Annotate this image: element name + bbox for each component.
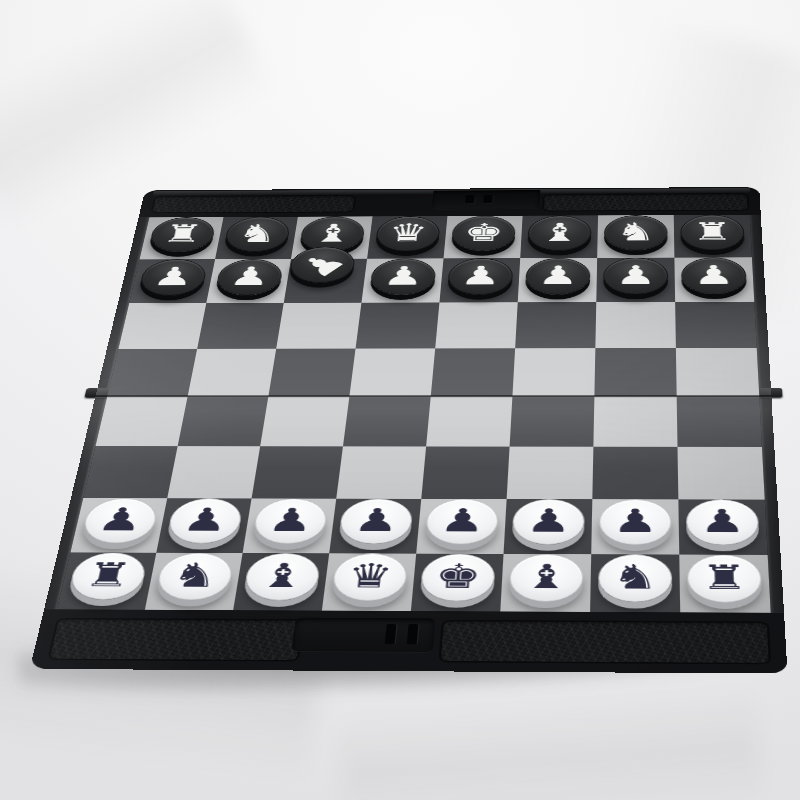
piece-white-pawn-c2[interactable]: ♟ <box>252 498 330 543</box>
square-f6[interactable] <box>515 302 596 348</box>
square-g1[interactable]: ♞ <box>590 554 680 612</box>
white-pawn-glyph: ♟ <box>266 504 315 536</box>
square-g8[interactable]: ♞ <box>597 215 674 258</box>
piece-black-pawn-h7[interactable]: ♟ <box>681 257 747 294</box>
black-pawn-glyph: ♟ <box>292 248 352 281</box>
white-rook-glyph: ♜ <box>82 558 135 591</box>
square-d6[interactable] <box>356 302 440 348</box>
piece-white-bishop-c1[interactable]: ♝ <box>242 553 321 601</box>
hinge-tab-right <box>758 388 783 398</box>
piece-black-pawn-f7[interactable]: ♟ <box>525 258 591 295</box>
chess-board: ♜♞♝♛♚♝♞♜♟♟♟♟♟♟♟♟♟♟♟♟♟♟♟♟♜♞♝♛♚♝♞♜ <box>57 215 771 613</box>
square-f1[interactable]: ♝ <box>500 554 591 612</box>
square-e5[interactable] <box>431 348 515 396</box>
square-e4[interactable] <box>426 396 512 446</box>
square-e2[interactable]: ♟ <box>416 499 506 554</box>
black-rook-glyph: ♜ <box>692 219 733 244</box>
square-b8[interactable]: ♞ <box>215 217 298 259</box>
piece-white-rook-a1[interactable]: ♜ <box>67 552 149 599</box>
square-b1[interactable]: ♞ <box>145 553 243 610</box>
piece-white-pawn-g2[interactable]: ♟ <box>599 499 672 545</box>
square-e1[interactable]: ♚ <box>411 554 504 612</box>
square-h5[interactable] <box>676 348 759 396</box>
black-bishop-glyph: ♝ <box>539 220 580 245</box>
square-d7[interactable]: ♟ <box>361 258 443 302</box>
square-e8[interactable]: ♚ <box>444 216 523 259</box>
square-c2[interactable]: ♟ <box>243 498 337 553</box>
piece-white-pawn-a2[interactable]: ♟ <box>80 498 160 543</box>
piece-black-pawn-a7[interactable]: ♟ <box>138 259 209 295</box>
piece-black-pawn-e7[interactable]: ♟ <box>447 258 514 295</box>
square-d5[interactable] <box>349 348 435 396</box>
black-pawn-glyph: ♟ <box>615 262 656 288</box>
piece-black-pawn-g7[interactable]: ♟ <box>603 258 668 295</box>
board-frame-top <box>139 187 761 217</box>
piece-black-pawn-b7[interactable]: ♟ <box>214 259 284 295</box>
backdrop-wrinkle <box>336 685 763 800</box>
piece-black-rook-a8[interactable]: ♜ <box>148 217 218 252</box>
square-f5[interactable] <box>512 348 595 396</box>
white-pawn-glyph: ♟ <box>180 504 230 536</box>
square-c5[interactable] <box>268 349 355 397</box>
frame-texture-panel <box>439 620 772 665</box>
square-d1[interactable]: ♛ <box>322 553 416 611</box>
white-bishop-glyph: ♝ <box>522 560 570 594</box>
piece-white-pawn-h2[interactable]: ♟ <box>686 499 760 545</box>
square-e3[interactable] <box>421 446 509 499</box>
piece-black-bishop-f8[interactable]: ♝ <box>527 215 591 250</box>
square-a4[interactable] <box>95 396 187 446</box>
frame-texture-panel <box>47 618 304 662</box>
white-pawn-glyph: ♟ <box>352 504 401 536</box>
clasp-latch-bottom <box>292 618 436 652</box>
square-a3[interactable] <box>83 446 177 498</box>
square-d3[interactable] <box>336 446 426 498</box>
square-h8[interactable]: ♜ <box>674 215 752 258</box>
square-a6[interactable] <box>118 303 206 349</box>
piece-white-pawn-b2[interactable]: ♟ <box>166 498 245 543</box>
square-c7[interactable]: ♟ <box>284 259 367 303</box>
piece-black-king-e8[interactable]: ♚ <box>451 216 516 251</box>
piece-white-knight-b1[interactable]: ♞ <box>154 553 235 600</box>
chess-set: ♜♞♝♛♚♝♞♜♟♟♟♟♟♟♟♟♟♟♟♟♟♟♟♟♜♞♝♛♚♝♞♜ <box>30 187 788 674</box>
square-a1[interactable]: ♜ <box>57 552 156 609</box>
square-g2[interactable]: ♟ <box>591 499 679 554</box>
square-g3[interactable] <box>592 447 678 500</box>
piece-white-king-e1[interactable]: ♚ <box>419 554 496 602</box>
piece-black-pawn-d7[interactable]: ♟ <box>369 258 437 295</box>
square-f2[interactable]: ♟ <box>504 499 593 554</box>
black-knight-glyph: ♞ <box>236 221 280 246</box>
white-pawn-glyph: ♟ <box>525 504 572 536</box>
square-f3[interactable] <box>507 447 594 500</box>
white-pawn-glyph: ♟ <box>699 505 746 537</box>
black-pawn-glyph: ♟ <box>227 263 272 289</box>
black-pawn-glyph: ♟ <box>693 262 735 288</box>
square-b5[interactable] <box>188 349 277 397</box>
square-a5[interactable] <box>107 349 197 397</box>
square-d2[interactable]: ♟ <box>329 499 421 554</box>
clasp-latch-top <box>431 190 540 209</box>
piece-white-pawn-d2[interactable]: ♟ <box>338 499 414 544</box>
square-e7[interactable]: ♟ <box>439 258 520 302</box>
frame-texture-panel <box>150 195 356 213</box>
square-f7[interactable]: ♟ <box>518 258 597 302</box>
black-king-glyph: ♚ <box>463 220 505 245</box>
latch-slot <box>385 624 397 644</box>
square-a8[interactable]: ♜ <box>139 217 223 259</box>
white-pawn-glyph: ♟ <box>438 504 486 536</box>
white-rook-glyph: ♜ <box>700 560 748 594</box>
frame-texture-panel <box>542 193 750 212</box>
piece-white-knight-g1[interactable]: ♞ <box>598 554 672 602</box>
black-pawn-glyph: ♟ <box>537 262 579 288</box>
square-h2[interactable]: ♟ <box>678 499 767 554</box>
square-g5[interactable] <box>594 348 676 396</box>
square-f8[interactable]: ♝ <box>520 215 598 258</box>
square-c4[interactable] <box>260 396 349 446</box>
piece-white-pawn-f2[interactable]: ♟ <box>512 499 585 545</box>
white-pawn-glyph: ♟ <box>95 503 146 535</box>
white-knight-glyph: ♞ <box>169 558 221 591</box>
latch-slot <box>407 624 419 644</box>
white-king-glyph: ♚ <box>434 559 483 593</box>
square-a7[interactable]: ♟ <box>129 259 215 303</box>
white-queen-glyph: ♛ <box>345 559 395 593</box>
black-pawn-glyph: ♟ <box>459 262 501 288</box>
square-b7[interactable]: ♟ <box>206 259 291 303</box>
board-frame-bottom <box>30 609 788 673</box>
latch-slot <box>465 195 475 204</box>
black-bishop-glyph: ♝ <box>311 221 354 246</box>
square-e6[interactable] <box>435 302 518 348</box>
white-knight-glyph: ♞ <box>612 560 659 594</box>
piece-white-pawn-e2[interactable]: ♟ <box>424 499 499 544</box>
square-h3[interactable] <box>678 447 765 500</box>
piece-black-rook-h8[interactable]: ♜ <box>680 215 745 250</box>
square-g6[interactable] <box>595 302 676 348</box>
piece-black-knight-b8[interactable]: ♞ <box>223 217 292 252</box>
square-b2[interactable]: ♟ <box>156 498 251 553</box>
white-pawn-glyph: ♟ <box>612 505 658 537</box>
piece-white-queen-d1[interactable]: ♛ <box>331 553 409 601</box>
square-h7[interactable]: ♟ <box>674 257 754 302</box>
square-a2[interactable]: ♟ <box>70 498 167 553</box>
photo-background: ♜♞♝♛♚♝♞♜♟♟♟♟♟♟♟♟♟♟♟♟♟♟♟♟♜♞♝♛♚♝♞♜ <box>0 0 800 800</box>
black-queen-glyph: ♛ <box>387 220 429 245</box>
piece-black-knight-g8[interactable]: ♞ <box>604 215 668 250</box>
latch-slot <box>483 195 493 204</box>
piece-white-bishop-f1[interactable]: ♝ <box>508 554 583 602</box>
black-rook-glyph: ♜ <box>161 221 206 246</box>
piece-black-queen-d8[interactable]: ♛ <box>375 216 441 251</box>
piece-white-rook-h1[interactable]: ♜ <box>687 555 763 603</box>
black-pawn-glyph: ♟ <box>151 263 197 289</box>
square-c3[interactable] <box>252 446 343 498</box>
square-h4[interactable] <box>677 396 762 446</box>
square-h1[interactable]: ♜ <box>679 555 770 613</box>
square-g4[interactable] <box>593 396 677 446</box>
square-c6[interactable] <box>276 303 361 349</box>
square-b6[interactable] <box>197 303 284 349</box>
square-h6[interactable] <box>675 302 757 348</box>
black-knight-glyph: ♞ <box>616 219 656 244</box>
square-c1[interactable]: ♝ <box>233 553 329 611</box>
black-pawn-glyph: ♟ <box>382 263 425 289</box>
square-f4[interactable] <box>510 396 595 446</box>
square-b3[interactable] <box>167 446 260 498</box>
square-b4[interactable] <box>178 396 269 446</box>
square-g7[interactable]: ♟ <box>596 258 675 303</box>
white-bishop-glyph: ♝ <box>257 559 308 592</box>
square-d4[interactable] <box>343 396 431 446</box>
square-d8[interactable]: ♛ <box>367 216 447 259</box>
